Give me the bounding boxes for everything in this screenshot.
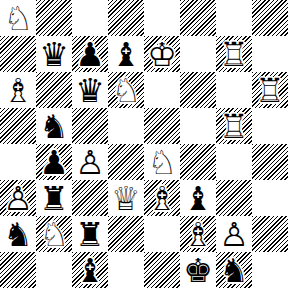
square-a4[interactable] xyxy=(0,144,36,180)
white-knight[interactable]: ♞♘ xyxy=(0,0,36,36)
rook-glyph: ♖ xyxy=(216,36,252,72)
white-rook[interactable]: ♜♖ xyxy=(216,36,252,72)
square-e6[interactable] xyxy=(144,72,180,108)
pawn-glyph: ♙ xyxy=(216,216,252,252)
knight-glyph: ♘ xyxy=(36,216,72,252)
white-pawn[interactable]: ♟♙ xyxy=(72,144,108,180)
black-rook[interactable]: ♜♜ xyxy=(72,216,108,252)
square-b4[interactable]: ♟♟ xyxy=(36,144,72,180)
black-knight[interactable]: ♞♞ xyxy=(216,252,252,288)
square-h1[interactable] xyxy=(252,252,288,288)
square-h7[interactable] xyxy=(252,36,288,72)
knight-glyph: ♘ xyxy=(144,144,180,180)
square-e2[interactable] xyxy=(144,216,180,252)
square-c3[interactable] xyxy=(72,180,108,216)
rook-glyph: ♜ xyxy=(36,180,72,216)
white-queen[interactable]: ♛♕ xyxy=(108,180,144,216)
black-rook[interactable]: ♜♜ xyxy=(36,180,72,216)
square-g3[interactable] xyxy=(216,180,252,216)
square-c2[interactable]: ♜♜ xyxy=(72,216,108,252)
square-c6[interactable]: ♛♛ xyxy=(72,72,108,108)
square-d3[interactable]: ♛♕ xyxy=(108,180,144,216)
square-g4[interactable] xyxy=(216,144,252,180)
white-bishop[interactable]: ♝♗ xyxy=(0,72,36,108)
square-c5[interactable] xyxy=(72,108,108,144)
black-knight[interactable]: ♞♞ xyxy=(36,108,72,144)
square-c4[interactable]: ♟♙ xyxy=(72,144,108,180)
square-b2[interactable]: ♞♘ xyxy=(36,216,72,252)
white-pawn[interactable]: ♟♙ xyxy=(0,180,36,216)
square-c1[interactable]: ♝♝ xyxy=(72,252,108,288)
king-glyph: ♔ xyxy=(144,36,180,72)
queen-glyph: ♕ xyxy=(108,180,144,216)
square-a2[interactable]: ♞♞ xyxy=(0,216,36,252)
square-b5[interactable]: ♞♞ xyxy=(36,108,72,144)
black-king[interactable]: ♚♚ xyxy=(180,252,216,288)
square-f6[interactable] xyxy=(180,72,216,108)
square-e1[interactable] xyxy=(144,252,180,288)
king-glyph: ♚ xyxy=(180,252,216,288)
square-a1[interactable] xyxy=(0,252,36,288)
white-rook[interactable]: ♜♖ xyxy=(216,108,252,144)
square-f2[interactable]: ♝♗ xyxy=(180,216,216,252)
white-knight[interactable]: ♞♘ xyxy=(144,144,180,180)
square-e5[interactable] xyxy=(144,108,180,144)
square-a5[interactable] xyxy=(0,108,36,144)
pawn-glyph: ♟ xyxy=(72,36,108,72)
black-queen[interactable]: ♛♛ xyxy=(36,36,72,72)
square-h2[interactable] xyxy=(252,216,288,252)
queen-glyph: ♛ xyxy=(36,36,72,72)
rook-glyph: ♜ xyxy=(72,216,108,252)
square-a8[interactable]: ♞♘ xyxy=(0,0,36,36)
rook-glyph: ♖ xyxy=(252,72,288,108)
queen-glyph: ♛ xyxy=(72,72,108,108)
chess-board: ♞♘♛♛♟♟♝♝♚♔♜♖♝♗♛♛♞♘♜♖♞♞♜♖♟♟♟♙♞♘♟♙♜♜♛♕♝♗♝♝… xyxy=(0,0,288,288)
knight-glyph: ♞ xyxy=(0,216,36,252)
bishop-glyph: ♝ xyxy=(72,252,108,288)
square-g1[interactable]: ♞♞ xyxy=(216,252,252,288)
white-king[interactable]: ♚♔ xyxy=(144,36,180,72)
square-g5[interactable]: ♜♖ xyxy=(216,108,252,144)
bishop-glyph: ♗ xyxy=(0,72,36,108)
square-c7[interactable]: ♟♟ xyxy=(72,36,108,72)
white-knight[interactable]: ♞♘ xyxy=(108,72,144,108)
white-bishop[interactable]: ♝♗ xyxy=(144,180,180,216)
knight-glyph: ♘ xyxy=(108,72,144,108)
square-h3[interactable] xyxy=(252,180,288,216)
pawn-glyph: ♙ xyxy=(72,144,108,180)
square-d2[interactable] xyxy=(108,216,144,252)
square-b1[interactable] xyxy=(36,252,72,288)
square-g2[interactable]: ♟♙ xyxy=(216,216,252,252)
square-h5[interactable] xyxy=(252,108,288,144)
black-pawn[interactable]: ♟♟ xyxy=(36,144,72,180)
square-c8[interactable] xyxy=(72,0,108,36)
pawn-glyph: ♙ xyxy=(0,180,36,216)
square-b6[interactable] xyxy=(36,72,72,108)
knight-glyph: ♞ xyxy=(216,252,252,288)
square-f3[interactable]: ♝♝ xyxy=(180,180,216,216)
square-f4[interactable] xyxy=(180,144,216,180)
square-b3[interactable]: ♜♜ xyxy=(36,180,72,216)
square-e7[interactable]: ♚♔ xyxy=(144,36,180,72)
knight-glyph: ♞ xyxy=(36,108,72,144)
rook-glyph: ♖ xyxy=(216,108,252,144)
white-rook[interactable]: ♜♖ xyxy=(252,72,288,108)
square-d7[interactable]: ♝♝ xyxy=(108,36,144,72)
bishop-glyph: ♗ xyxy=(144,180,180,216)
square-f5[interactable] xyxy=(180,108,216,144)
black-bishop[interactable]: ♝♝ xyxy=(180,180,216,216)
black-knight[interactable]: ♞♞ xyxy=(0,216,36,252)
square-f7[interactable] xyxy=(180,36,216,72)
square-g7[interactable]: ♜♖ xyxy=(216,36,252,72)
square-b8[interactable] xyxy=(36,0,72,36)
square-h4[interactable] xyxy=(252,144,288,180)
black-queen[interactable]: ♛♛ xyxy=(72,72,108,108)
square-f1[interactable]: ♚♚ xyxy=(180,252,216,288)
square-e8[interactable] xyxy=(144,0,180,36)
pawn-glyph: ♟ xyxy=(36,144,72,180)
black-pawn[interactable]: ♟♟ xyxy=(72,36,108,72)
white-pawn[interactable]: ♟♙ xyxy=(216,216,252,252)
square-a3[interactable]: ♟♙ xyxy=(0,180,36,216)
bishop-glyph: ♗ xyxy=(180,216,216,252)
square-h8[interactable] xyxy=(252,0,288,36)
square-e3[interactable]: ♝♗ xyxy=(144,180,180,216)
knight-glyph: ♘ xyxy=(0,0,36,36)
white-bishop[interactable]: ♝♗ xyxy=(180,216,216,252)
square-a7[interactable] xyxy=(0,36,36,72)
square-d5[interactable] xyxy=(108,108,144,144)
black-bishop[interactable]: ♝♝ xyxy=(108,36,144,72)
square-h6[interactable]: ♜♖ xyxy=(252,72,288,108)
square-d4[interactable] xyxy=(108,144,144,180)
bishop-glyph: ♝ xyxy=(180,180,216,216)
square-d1[interactable] xyxy=(108,252,144,288)
square-g6[interactable] xyxy=(216,72,252,108)
square-e4[interactable]: ♞♘ xyxy=(144,144,180,180)
white-knight[interactable]: ♞♘ xyxy=(36,216,72,252)
black-bishop[interactable]: ♝♝ xyxy=(72,252,108,288)
square-f8[interactable] xyxy=(180,0,216,36)
square-d6[interactable]: ♞♘ xyxy=(108,72,144,108)
square-d8[interactable] xyxy=(108,0,144,36)
bishop-glyph: ♝ xyxy=(108,36,144,72)
square-g8[interactable] xyxy=(216,0,252,36)
square-b7[interactable]: ♛♛ xyxy=(36,36,72,72)
square-a6[interactable]: ♝♗ xyxy=(0,72,36,108)
